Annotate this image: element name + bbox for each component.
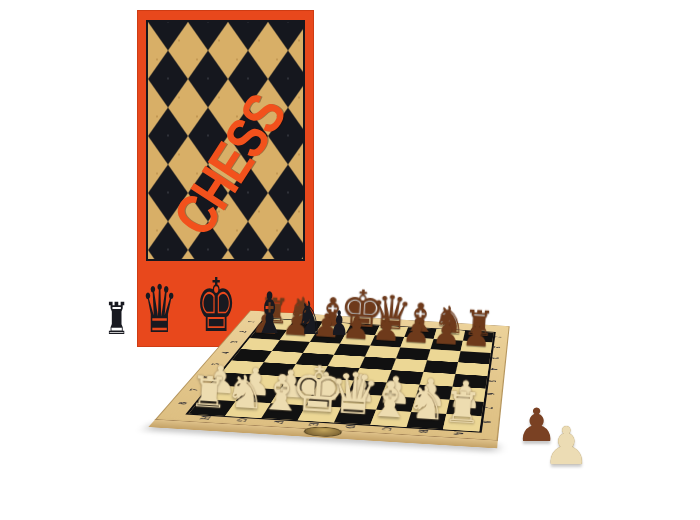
silhouette-bishop-icon: ♝ bbox=[253, 288, 285, 339]
box-piece-silhouettes: ♜♛♚♝♞♟ bbox=[138, 251, 313, 346]
silhouette-knight-icon: ♞ bbox=[297, 298, 323, 339]
silhouette-pawn-icon: ♟ bbox=[330, 308, 349, 339]
piece-dark-pawn[interactable]: ♟ bbox=[431, 316, 462, 350]
piece-dark-pawn[interactable]: ♟ bbox=[371, 313, 402, 347]
piece-dark-pawn[interactable]: ♟ bbox=[401, 315, 432, 349]
silhouette-king-icon: ♚ bbox=[196, 272, 237, 339]
box-lid: CHESS ♜♛♚♝♞♟ bbox=[137, 10, 314, 347]
silhouette-queen-icon: ♛ bbox=[141, 280, 178, 339]
piece-light-rook[interactable]: ♜ bbox=[442, 385, 483, 430]
loose-pawn-light: ♟ bbox=[543, 420, 590, 472]
silhouette-rook-icon: ♜ bbox=[104, 299, 128, 339]
piece-dark-pawn[interactable]: ♟ bbox=[461, 318, 492, 352]
